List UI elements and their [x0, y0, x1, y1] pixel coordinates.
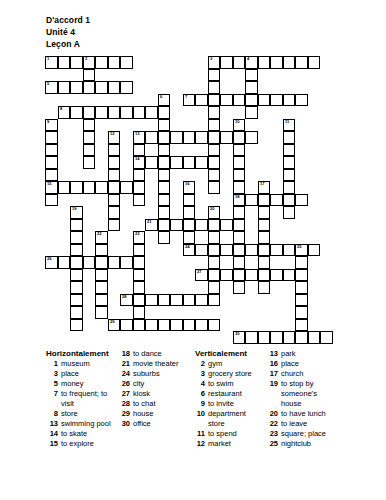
grid-cell[interactable] — [233, 281, 246, 294]
grid-cell[interactable] — [283, 331, 296, 344]
grid-cell[interactable]: 27 — [195, 269, 208, 282]
grid-cell[interactable] — [220, 219, 233, 232]
grid-cell[interactable] — [45, 194, 58, 207]
clue-number: 27 — [117, 389, 130, 399]
grid-cell[interactable] — [258, 256, 271, 269]
grid-cell[interactable] — [83, 256, 96, 269]
grid-cell[interactable]: 24 — [183, 244, 196, 257]
grid-cell[interactable] — [270, 244, 283, 257]
grid-cell[interactable] — [183, 231, 196, 244]
cell-number: 8 — [60, 107, 62, 111]
clue-item: 24suburbs — [117, 369, 191, 379]
grid-cell[interactable] — [208, 281, 221, 294]
grid-cell[interactable] — [233, 206, 246, 219]
grid-cell[interactable] — [208, 231, 221, 244]
grid-cell[interactable] — [108, 181, 121, 194]
clue-item: 17church — [265, 369, 331, 379]
grid-cell[interactable] — [145, 156, 158, 169]
grid-cell[interactable] — [133, 319, 146, 332]
clue-item: 29house — [117, 409, 191, 419]
grid-cell[interactable] — [208, 119, 221, 132]
grid-cell[interactable] — [108, 219, 121, 232]
down-list-1: 2gym3grocery store4to swim6restaurant9to… — [192, 359, 264, 449]
clue-item: 7to frequent; to visit — [45, 389, 119, 409]
clue-text: swimming pool — [61, 419, 119, 429]
grid-cell[interactable] — [270, 56, 283, 69]
grid-cell[interactable] — [95, 294, 108, 307]
grid-cell[interactable]: 2 — [83, 56, 96, 69]
clue-item: 12market — [192, 439, 264, 449]
grid-cell[interactable] — [108, 169, 121, 182]
clues-across-column-1: Horizontalement 1museum3place5money7to f… — [45, 349, 119, 449]
clue-number: 29 — [117, 409, 130, 419]
grid-cell[interactable] — [158, 144, 171, 157]
grid-cell[interactable]: 28 — [120, 294, 133, 307]
grid-cell[interactable] — [133, 269, 146, 282]
grid-cell[interactable] — [183, 131, 196, 144]
grid-cell[interactable] — [158, 219, 171, 232]
grid-cell[interactable] — [120, 106, 133, 119]
grid-cell[interactable]: 14 — [133, 156, 146, 169]
grid-cell[interactable] — [133, 306, 146, 319]
cell-number: 29 — [110, 320, 115, 324]
grid-cell[interactable] — [95, 106, 108, 119]
grid-cell[interactable]: 13 — [133, 131, 146, 144]
grid-cell[interactable] — [70, 244, 83, 257]
grid-cell[interactable] — [220, 244, 233, 257]
grid-cell[interactable]: 22 — [95, 231, 108, 244]
grid-cell[interactable] — [70, 56, 83, 69]
grid-cell[interactable] — [95, 269, 108, 282]
grid-cell[interactable] — [245, 69, 258, 82]
grid-cell[interactable] — [233, 56, 246, 69]
grid-cell[interactable] — [158, 194, 171, 207]
cell-number: 23 — [135, 232, 140, 236]
grid-cell[interactable] — [233, 244, 246, 257]
grid-cell[interactable] — [195, 131, 208, 144]
grid-cell[interactable] — [308, 331, 321, 344]
grid-cell[interactable] — [83, 144, 96, 157]
grid-cell[interactable]: 21 — [145, 219, 158, 232]
title-line-2: Unité 4 — [46, 26, 90, 38]
grid-cell[interactable] — [95, 306, 108, 319]
clue-item: 21movie theater — [117, 359, 191, 369]
grid-cell[interactable] — [283, 244, 296, 257]
cell-number: 7 — [185, 95, 187, 99]
grid-cell[interactable]: 10 — [233, 119, 246, 132]
clue-number: 24 — [117, 369, 130, 379]
grid-cell[interactable] — [158, 294, 171, 307]
grid-cell[interactable] — [45, 144, 58, 157]
grid-cell[interactable] — [233, 231, 246, 244]
grid-cell[interactable] — [108, 56, 121, 69]
grid-cell[interactable] — [283, 131, 296, 144]
grid-cell[interactable] — [183, 219, 196, 232]
grid-cell[interactable] — [258, 281, 271, 294]
grid-cell[interactable] — [283, 94, 296, 107]
grid-cell[interactable] — [133, 244, 146, 257]
grid-cell[interactable] — [95, 181, 108, 194]
grid-cell[interactable] — [295, 294, 308, 307]
grid-cell[interactable] — [158, 131, 171, 144]
clue-item: 19to stop by someone's house — [265, 379, 331, 409]
grid-cell[interactable] — [195, 219, 208, 232]
grid-cell[interactable] — [158, 181, 171, 194]
grid-cell[interactable] — [258, 194, 271, 207]
grid-cell[interactable] — [108, 156, 121, 169]
grid-cell[interactable] — [83, 156, 96, 169]
grid-cell[interactable] — [220, 94, 233, 107]
grid-cell[interactable]: 18 — [233, 194, 246, 207]
grid-cell[interactable] — [295, 306, 308, 319]
grid-cell[interactable]: 9 — [45, 119, 58, 132]
cell-number: 13 — [135, 132, 140, 136]
clue-text: place — [61, 369, 119, 379]
clue-text: museum — [61, 359, 119, 369]
grid-cell[interactable] — [108, 106, 121, 119]
grid-cell[interactable] — [108, 194, 121, 207]
clue-item: 15to explore — [45, 439, 119, 449]
grid-cell[interactable]: 20 — [208, 206, 221, 219]
grid-cell[interactable] — [208, 256, 221, 269]
grid-cell[interactable] — [83, 106, 96, 119]
grid-cell[interactable] — [170, 156, 183, 169]
grid-cell[interactable] — [158, 156, 171, 169]
clue-text: to frequent; to visit — [61, 389, 119, 409]
grid-cell[interactable]: 12 — [108, 131, 121, 144]
grid-cell[interactable] — [283, 181, 296, 194]
grid-cell[interactable] — [258, 269, 271, 282]
grid-cell[interactable]: 8 — [58, 106, 71, 119]
grid-cell[interactable] — [120, 56, 133, 69]
cell-number: 3 — [210, 57, 212, 61]
clue-item: 26city — [117, 379, 191, 389]
grid-cell[interactable] — [95, 56, 108, 69]
clue-number: 16 — [265, 359, 278, 369]
clue-item: 11to spend — [192, 429, 264, 439]
across-list-2: 18to dance21movie theater24suburbs26city… — [117, 349, 191, 429]
clue-number: 3 — [192, 369, 205, 379]
clue-text: city — [133, 379, 191, 389]
grid-cell[interactable] — [120, 81, 133, 94]
clue-item: 6restaurant — [192, 389, 264, 399]
grid-cell[interactable] — [283, 269, 296, 282]
clue-text: gym — [208, 359, 264, 369]
grid-cell[interactable] — [283, 206, 296, 219]
grid-cell[interactable] — [233, 131, 246, 144]
clue-number: 7 — [45, 389, 58, 409]
grid-cell[interactable] — [283, 169, 296, 182]
grid-cell[interactable] — [83, 131, 96, 144]
cell-number: 5 — [47, 82, 49, 86]
grid-cell[interactable]: 4 — [245, 56, 258, 69]
grid-cell[interactable] — [258, 206, 271, 219]
grid-cell[interactable] — [170, 294, 183, 307]
grid-cell[interactable] — [245, 331, 258, 344]
grid-cell[interactable] — [208, 319, 221, 332]
grid-cell[interactable] — [133, 194, 146, 207]
worksheet-title: D'accord 1 Unité 4 Leçon A — [46, 14, 90, 50]
grid-cell[interactable] — [208, 156, 221, 169]
clue-item: 16place — [265, 359, 331, 369]
grid-cell[interactable] — [233, 181, 246, 194]
grid-cell[interactable] — [270, 331, 283, 344]
grid-cell[interactable] — [220, 269, 233, 282]
grid-cell[interactable] — [270, 194, 283, 207]
grid-cell[interactable] — [195, 319, 208, 332]
clue-number: 2 — [192, 359, 205, 369]
grid-cell[interactable] — [183, 319, 196, 332]
cell-number: 11 — [285, 120, 289, 124]
clue-number: 12 — [192, 439, 205, 449]
cell-number: 2 — [85, 57, 87, 61]
clue-number: 6 — [192, 389, 205, 399]
grid-cell[interactable] — [258, 231, 271, 244]
cell-number: 25 — [297, 245, 302, 249]
grid-cell[interactable] — [295, 194, 308, 207]
grid-cell[interactable] — [283, 56, 296, 69]
grid-cell[interactable] — [220, 131, 233, 144]
grid-cell[interactable] — [183, 156, 196, 169]
grid-cell[interactable]: 30 — [233, 331, 246, 344]
grid-cell[interactable]: 3 — [208, 56, 221, 69]
clue-number: 11 — [192, 429, 205, 439]
across-header: Horizontalement — [46, 349, 119, 359]
grid-cell[interactable] — [145, 106, 158, 119]
clue-text: office — [133, 419, 191, 429]
grid-cell[interactable] — [133, 294, 146, 307]
grid-cell[interactable] — [233, 256, 246, 269]
grid-cell[interactable] — [170, 131, 183, 144]
grid-cell[interactable] — [208, 144, 221, 157]
grid-cell[interactable] — [295, 269, 308, 282]
grid-cell[interactable] — [70, 256, 83, 269]
grid-cell[interactable] — [120, 319, 133, 332]
grid-cell[interactable] — [208, 94, 221, 107]
grid-cell[interactable] — [208, 169, 221, 182]
grid-cell[interactable] — [195, 156, 208, 169]
grid-cell[interactable] — [245, 269, 258, 282]
grid-cell[interactable]: 11 — [283, 119, 296, 132]
title-line-1: D'accord 1 — [46, 14, 90, 26]
down-list-2: 13park16place17church19to stop by someon… — [265, 349, 331, 449]
grid-cell[interactable] — [70, 181, 83, 194]
grid-cell[interactable] — [208, 69, 221, 82]
grid-cell[interactable] — [108, 206, 121, 219]
clue-number: 13 — [265, 349, 278, 359]
grid-cell[interactable] — [295, 281, 308, 294]
grid-cell[interactable] — [45, 169, 58, 182]
grid-cell[interactable] — [70, 81, 83, 94]
grid-cell[interactable] — [133, 106, 146, 119]
grid-cell[interactable] — [245, 94, 258, 107]
grid-cell[interactable] — [170, 319, 183, 332]
grid-cell[interactable] — [158, 206, 171, 219]
grid-cell[interactable] — [145, 131, 158, 144]
cell-number: 20 — [210, 207, 215, 211]
clue-number: 3 — [45, 369, 58, 379]
grid-cell[interactable] — [83, 181, 96, 194]
grid-cell[interactable] — [208, 106, 221, 119]
grid-cell[interactable] — [145, 294, 158, 307]
grid-cell[interactable] — [108, 81, 121, 94]
clue-text: house — [133, 409, 191, 419]
grid-cell[interactable] — [283, 156, 296, 169]
grid-cell[interactable] — [258, 244, 271, 257]
grid-cell[interactable] — [70, 281, 83, 294]
grid-cell[interactable] — [295, 94, 308, 107]
grid-cell[interactable] — [233, 156, 246, 169]
clue-item: 2gym — [192, 359, 264, 369]
grid-cell[interactable]: 1 — [45, 56, 58, 69]
clue-text: money — [61, 379, 119, 389]
clue-item: 20to have lunch — [265, 409, 331, 419]
grid-cell[interactable] — [108, 144, 121, 157]
grid-cell[interactable] — [120, 181, 133, 194]
grid-cell[interactable]: 15 — [45, 181, 58, 194]
grid-cell[interactable] — [158, 106, 171, 119]
grid-cell[interactable] — [170, 219, 183, 232]
grid-cell[interactable] — [208, 269, 221, 282]
grid-cell[interactable] — [283, 194, 296, 207]
grid-cell[interactable] — [195, 94, 208, 107]
grid-cell[interactable] — [133, 144, 146, 157]
grid-cell[interactable] — [295, 256, 308, 269]
grid-cell[interactable]: 25 — [295, 244, 308, 257]
grid-cell[interactable] — [233, 144, 246, 157]
grid-cell[interactable] — [45, 156, 58, 169]
clue-number: 15 — [45, 439, 58, 449]
grid-cell[interactable] — [158, 119, 171, 132]
grid-cell[interactable] — [58, 181, 71, 194]
grid-cell[interactable] — [195, 244, 208, 257]
grid-cell[interactable] — [270, 94, 283, 107]
clue-text: square; place — [281, 429, 331, 439]
grid-cell[interactable] — [245, 244, 258, 257]
grid-cell[interactable] — [208, 131, 221, 144]
grid-cell[interactable] — [45, 131, 58, 144]
grid-cell[interactable] — [58, 81, 71, 94]
grid-cell[interactable] — [233, 169, 246, 182]
grid-cell[interactable] — [58, 256, 71, 269]
grid-cell[interactable] — [258, 94, 271, 107]
grid-cell[interactable] — [270, 269, 283, 282]
grid-cell[interactable] — [295, 331, 308, 344]
grid-cell[interactable] — [145, 319, 158, 332]
clue-text: suburbs — [133, 369, 191, 379]
grid-cell[interactable] — [245, 194, 258, 207]
cell-number: 26 — [47, 257, 52, 261]
grid-cell[interactable] — [258, 56, 271, 69]
grid-cell[interactable] — [233, 219, 246, 232]
grid-cell[interactable] — [308, 56, 321, 69]
clue-number: 13 — [45, 419, 58, 429]
grid-cell[interactable] — [95, 256, 108, 269]
grid-cell[interactable] — [183, 194, 196, 207]
grid-cell[interactable] — [120, 256, 133, 269]
clue-number: 22 — [265, 419, 278, 429]
grid-cell[interactable]: 7 — [183, 94, 196, 107]
grid-cell[interactable] — [258, 219, 271, 232]
grid-cell[interactable]: 16 — [183, 181, 196, 194]
title-line-3: Leçon A — [46, 38, 90, 50]
grid-cell[interactable] — [208, 244, 221, 257]
grid-cell[interactable]: 23 — [133, 231, 146, 244]
grid-cell[interactable] — [133, 181, 146, 194]
grid-cell[interactable] — [233, 269, 246, 282]
grid-cell[interactable] — [158, 319, 171, 332]
clue-number: 5 — [45, 379, 58, 389]
grid-cell[interactable] — [95, 281, 108, 294]
grid-cell[interactable] — [208, 294, 221, 307]
clue-number: 26 — [117, 379, 130, 389]
grid-cell[interactable] — [183, 206, 196, 219]
grid-cell[interactable] — [95, 81, 108, 94]
grid-cell[interactable] — [108, 256, 121, 269]
clues-across-column-2: 18to dance21movie theater24suburbs26city… — [117, 349, 191, 429]
clue-text: to skate — [61, 429, 119, 439]
grid-cell[interactable] — [183, 294, 196, 307]
cell-number: 10 — [235, 120, 240, 124]
grid-cell[interactable] — [158, 231, 171, 244]
grid-cell[interactable] — [320, 331, 333, 344]
grid-cell[interactable] — [70, 219, 83, 232]
grid-cell[interactable]: 6 — [158, 94, 171, 107]
grid-cell[interactable] — [70, 269, 83, 282]
grid-cell[interactable] — [220, 56, 233, 69]
clue-item: 18to dance — [117, 349, 191, 359]
grid-cell[interactable] — [158, 169, 171, 182]
grid-cell[interactable] — [70, 306, 83, 319]
grid-cell[interactable] — [83, 81, 96, 94]
grid-cell[interactable] — [283, 144, 296, 157]
grid-cell[interactable] — [308, 244, 321, 257]
grid-cell[interactable] — [245, 106, 258, 119]
grid-cell[interactable] — [70, 231, 83, 244]
grid-cell[interactable] — [295, 319, 308, 332]
grid-cell[interactable] — [208, 81, 221, 94]
grid-cell[interactable]: 5 — [45, 81, 58, 94]
grid-cell[interactable]: 17 — [258, 181, 271, 194]
clue-text: restaurant — [208, 389, 264, 399]
grid-cell[interactable] — [195, 294, 208, 307]
grid-cell[interactable] — [295, 56, 308, 69]
grid-cell[interactable]: 19 — [70, 206, 83, 219]
cell-number: 12 — [110, 132, 115, 136]
clue-number: 17 — [265, 369, 278, 379]
grid-cell[interactable] — [245, 131, 258, 144]
grid-cell[interactable] — [208, 219, 221, 232]
grid-cell[interactable] — [70, 294, 83, 307]
grid-cell[interactable] — [233, 94, 246, 107]
grid-cell[interactable] — [133, 256, 146, 269]
grid-cell[interactable] — [208, 181, 221, 194]
grid-cell[interactable] — [83, 119, 96, 132]
grid-cell[interactable]: 26 — [45, 256, 58, 269]
cell-number: 4 — [247, 57, 249, 61]
grid-cell[interactable] — [58, 56, 71, 69]
clue-number: 30 — [117, 419, 130, 429]
grid-cell[interactable]: 29 — [108, 319, 121, 332]
grid-cell[interactable] — [83, 69, 96, 82]
grid-cell[interactable] — [133, 169, 146, 182]
grid-cell[interactable] — [258, 331, 271, 344]
grid-cell[interactable] — [70, 319, 83, 332]
grid-cell[interactable] — [245, 81, 258, 94]
grid-cell[interactable] — [95, 244, 108, 257]
grid-cell[interactable] — [70, 106, 83, 119]
grid-cell[interactable] — [133, 281, 146, 294]
